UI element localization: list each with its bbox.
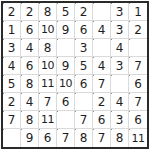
grid-cell[interactable]: 3 [75,39,93,57]
grid-cell-empty[interactable] [111,75,129,93]
grid-cell[interactable]: 7 [129,93,147,111]
grid-cell[interactable]: 3 [111,111,129,129]
grid-cell[interactable]: 11 [39,111,57,129]
grid-cell[interactable]: 5 [57,3,75,21]
grid-cell[interactable]: 2 [75,3,93,21]
grid-cell[interactable]: 8 [39,39,57,57]
grid-cell[interactable]: 7 [129,57,147,75]
grid-cell[interactable]: 8 [75,129,93,147]
grid-cell[interactable]: 11 [129,129,147,147]
grid-cell[interactable]: 6 [57,93,75,111]
grid-cell[interactable]: 6 [129,75,147,93]
grid-cell[interactable]: 1 [3,21,21,39]
grid-cell[interactable]: 10 [39,21,57,39]
grid-cell[interactable]: 4 [93,57,111,75]
grid-cell[interactable]: 7 [75,111,93,129]
grid-cell[interactable]: 6 [21,57,39,75]
grid-cell[interactable]: 5 [75,57,93,75]
grid-cell[interactable]: 3 [111,57,129,75]
grid-cell[interactable]: 10 [57,75,75,93]
grid-cell[interactable]: 9 [57,21,75,39]
grid-cell-empty[interactable] [57,39,75,57]
grid-cell[interactable]: 10 [39,57,57,75]
grid-cell[interactable]: 6 [75,21,93,39]
grid-cell[interactable]: 6 [39,129,57,147]
grid-cell[interactable]: 4 [111,39,129,57]
grid-cell-empty[interactable] [93,39,111,57]
grid-cell-empty[interactable] [129,39,147,57]
grid-cell-empty[interactable] [57,111,75,129]
grid-cell-empty[interactable] [93,3,111,21]
grid-cell[interactable]: 7 [3,111,21,129]
grid-cell-empty[interactable] [3,129,21,147]
grid-cell[interactable]: 2 [93,93,111,111]
grid-cell[interactable]: 7 [93,75,111,93]
grid-cell[interactable]: 6 [75,75,93,93]
grid-cell[interactable]: 8 [21,111,39,129]
grid-cell[interactable]: 3 [111,21,129,39]
grid-cell[interactable]: 6 [129,111,147,129]
grid-cell[interactable]: 2 [3,93,21,111]
grid-cell[interactable]: 9 [57,57,75,75]
grid-cell[interactable]: 5 [3,75,21,93]
grid-cell[interactable]: 11 [39,75,57,93]
grid-cell[interactable]: 4 [21,39,39,57]
grid-cell[interactable]: 9 [21,129,39,147]
grid-cell[interactable]: 3 [3,39,21,57]
puzzle-board: 2285231161096432348344610954375811106762… [1,1,149,149]
grid-cell-empty[interactable] [75,93,93,111]
grid-cell[interactable]: 6 [93,111,111,129]
grid-cell[interactable]: 8 [39,3,57,21]
grid-cell[interactable]: 8 [21,75,39,93]
grid-cell[interactable]: 8 [111,129,129,147]
puzzle-grid: 2285231161096432348344610954375811106762… [3,3,147,147]
grid-cell[interactable]: 2 [3,3,21,21]
grid-cell[interactable]: 6 [21,21,39,39]
grid-cell[interactable]: 2 [129,21,147,39]
grid-cell[interactable]: 7 [57,129,75,147]
grid-cell[interactable]: 4 [111,93,129,111]
grid-cell[interactable]: 4 [93,21,111,39]
grid-cell[interactable]: 2 [21,3,39,21]
grid-cell[interactable]: 4 [21,93,39,111]
grid-cell[interactable]: 4 [3,57,21,75]
grid-cell[interactable]: 7 [93,129,111,147]
grid-cell[interactable]: 3 [111,3,129,21]
grid-cell[interactable]: 1 [129,3,147,21]
grid-cell[interactable]: 7 [39,93,57,111]
